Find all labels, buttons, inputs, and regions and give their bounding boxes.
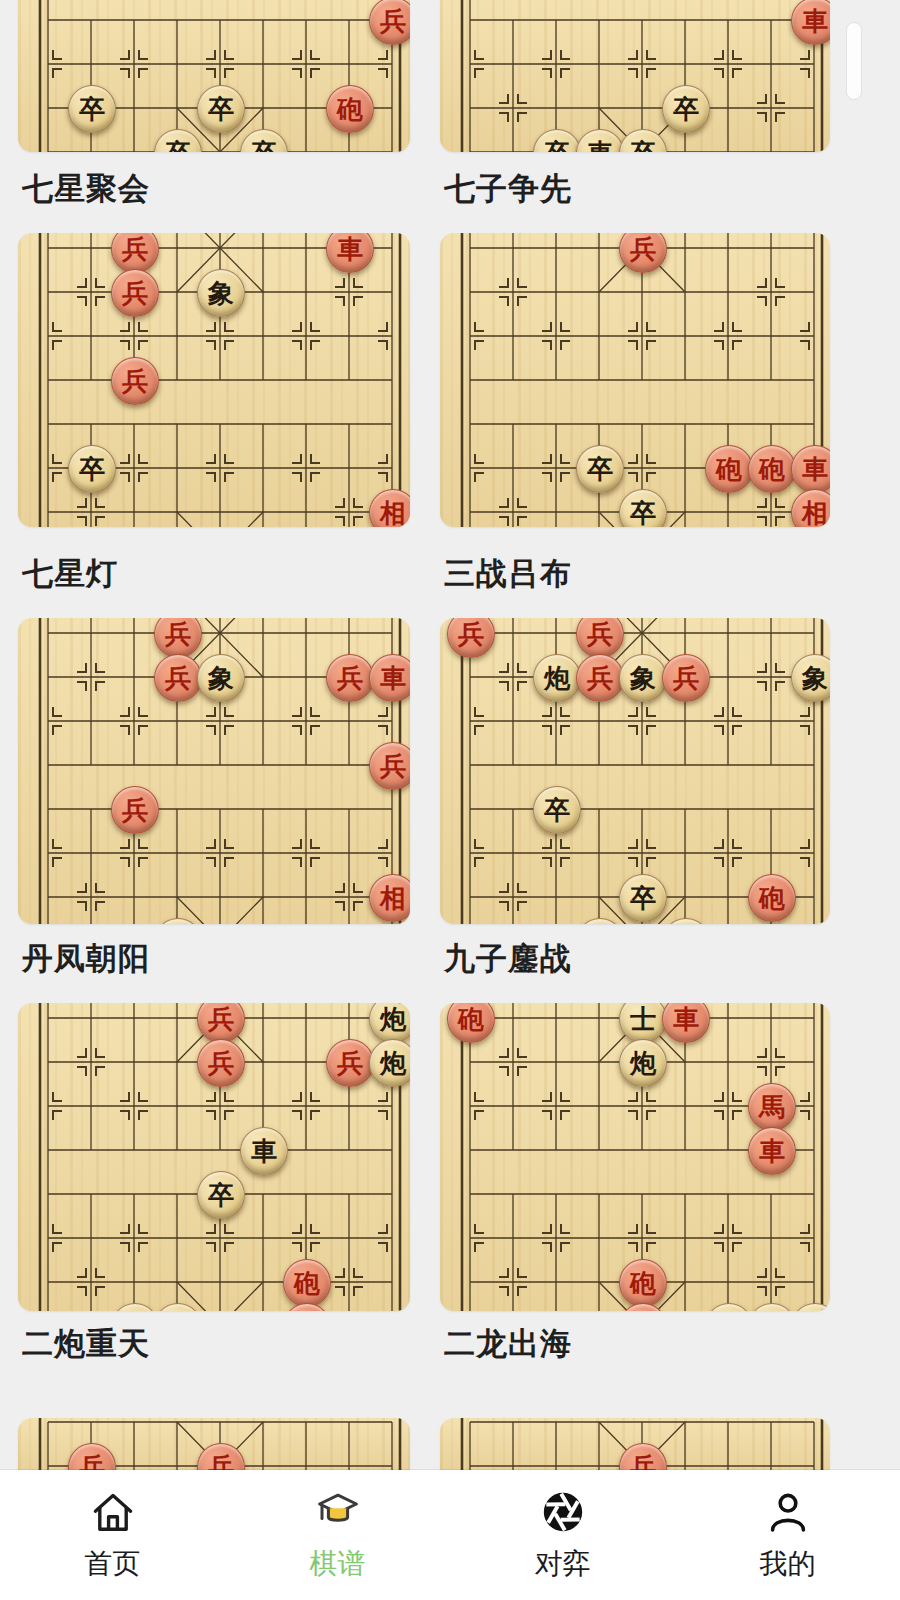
xiangqi-piece-black: 象 <box>197 269 245 317</box>
nav-item-mine[interactable]: 我的 <box>675 1470 900 1600</box>
xiangqi-piece-red: 兵 <box>326 1039 374 1087</box>
xiangqi-piece-red: 兵 <box>662 654 710 702</box>
xiangqi-piece-black: 炮 <box>533 654 581 702</box>
bottom-nav: 首页 棋谱 对弈 我的 <box>0 1470 900 1600</box>
puzzle-title: 七星聚会 <box>22 168 150 210</box>
puzzle-board-七子争先[interactable]: 車卒卒車卒 <box>440 0 830 152</box>
nav-label-manuals: 棋谱 <box>310 1545 366 1583</box>
xiangqi-piece-black: 卒 <box>576 445 624 493</box>
xiangqi-piece-red: 砲 <box>705 445 753 493</box>
xiangqi-piece-black: 卒 <box>662 85 710 133</box>
xiangqi-piece-red: 砲 <box>283 1259 331 1307</box>
nav-item-home[interactable]: 首页 <box>0 1470 225 1600</box>
xiangqi-board-grid: 兵兵 <box>18 1418 408 1470</box>
puzzle-title: 三战吕布 <box>444 553 572 595</box>
xiangqi-piece-black: 卒 <box>533 786 581 834</box>
xiangqi-piece-red: 相 <box>369 874 410 922</box>
xiangqi-board-grid: 兵兵象兵車兵兵相卒 <box>18 618 408 924</box>
xiangqi-piece-red: 兵 <box>576 654 624 702</box>
xiangqi-piece-black: 卒 <box>197 85 245 133</box>
xiangqi-piece-red: 砲 <box>748 874 796 922</box>
puzzle-board-丹凤朝阳[interactable]: 兵兵象兵車兵兵相卒 <box>18 618 410 924</box>
xiangqi-piece-red: 兵 <box>154 654 202 702</box>
nav-label-mine: 我的 <box>760 1545 816 1583</box>
puzzle-board-七星聚会[interactable]: 兵卒卒砲卒卒 <box>18 0 410 152</box>
xiangqi-piece-black: 卒 <box>68 85 116 133</box>
graduation-cap-icon <box>314 1488 362 1536</box>
puzzle-title: 二龙出海 <box>444 1323 572 1365</box>
xiangqi-piece-red: 兵 <box>111 357 159 405</box>
puzzle-title: 七子争先 <box>444 168 572 210</box>
xiangqi-piece-black: 象 <box>197 654 245 702</box>
xiangqi-piece-black: 卒 <box>619 874 667 922</box>
nav-item-play[interactable]: 对弈 <box>450 1470 675 1600</box>
xiangqi-piece-black: 炮 <box>369 1039 410 1087</box>
xiangqi-piece-red: 車 <box>748 1127 796 1175</box>
person-icon <box>764 1488 812 1536</box>
puzzle-title: 七星灯 <box>22 553 118 595</box>
xiangqi-board-grid: 兵卒砲砲車卒相卒 <box>440 233 830 527</box>
home-icon <box>89 1488 137 1536</box>
puzzle-board-二炮重天[interactable]: 兵炮兵兵炮車卒砲卒卒砲 <box>18 1003 410 1311</box>
xiangqi-board-grid: 兵炮兵兵炮車卒砲卒卒砲 <box>18 1003 408 1311</box>
xiangqi-piece-red: 兵 <box>111 786 159 834</box>
puzzle-title: 二炮重天 <box>22 1323 150 1365</box>
puzzle-board-partial-8[interactable]: 兵兵 <box>18 1418 410 1470</box>
puzzle-board-三战吕布[interactable]: 兵卒砲砲車卒相卒 <box>440 233 830 527</box>
xiangqi-board-grid: 車卒卒車卒 <box>440 0 830 152</box>
puzzle-board-九子鏖战[interactable]: 兵兵炮兵象兵象卒卒砲卒卒 <box>440 618 830 924</box>
xiangqi-piece-black: 車 <box>240 1127 288 1175</box>
xiangqi-piece-red: 兵 <box>369 742 410 790</box>
xiangqi-piece-black: 卒 <box>197 1171 245 1219</box>
xiangqi-piece-black: 炮 <box>619 1039 667 1087</box>
xiangqi-board-grid: 兵兵炮兵象兵象卒卒砲卒卒 <box>440 618 830 924</box>
xiangqi-piece-red: 兵 <box>326 654 374 702</box>
nav-label-play: 对弈 <box>535 1545 591 1583</box>
puzzle-title: 丹凤朝阳 <box>22 938 150 980</box>
xiangqi-piece-black: 象 <box>619 654 667 702</box>
xiangqi-piece-red: 砲 <box>326 85 374 133</box>
puzzle-board-七星灯[interactable]: 兵車兵象兵卒相卒卒 <box>18 233 410 527</box>
xiangqi-piece-red: 馬 <box>748 1083 796 1131</box>
puzzle-title: 九子鏖战 <box>444 938 572 980</box>
xiangqi-piece-red: 車 <box>369 654 410 702</box>
xiangqi-board-grid: 砲士車炮馬車砲仕車車車 <box>440 1003 830 1311</box>
nav-item-manuals[interactable]: 棋谱 <box>225 1470 450 1600</box>
xiangqi-piece-black: 卒 <box>68 445 116 493</box>
xiangqi-piece-red: 砲 <box>748 445 796 493</box>
xiangqi-board-grid: 兵 <box>440 1418 830 1470</box>
xiangqi-piece-red: 兵 <box>111 269 159 317</box>
xiangqi-board-grid: 兵車兵象兵卒相卒卒 <box>18 233 408 527</box>
scrollbar-thumb[interactable] <box>846 22 862 100</box>
puzzle-board-partial-9[interactable]: 兵 <box>440 1418 830 1470</box>
aperture-icon <box>539 1488 587 1536</box>
nav-label-home: 首页 <box>85 1545 141 1583</box>
xiangqi-board-grid: 兵卒卒砲卒卒 <box>18 0 408 152</box>
puzzle-board-二龙出海[interactable]: 砲士車炮馬車砲仕車車車 <box>440 1003 830 1311</box>
xiangqi-piece-red: 兵 <box>197 1039 245 1087</box>
xiangqi-piece-red: 砲 <box>619 1259 667 1307</box>
